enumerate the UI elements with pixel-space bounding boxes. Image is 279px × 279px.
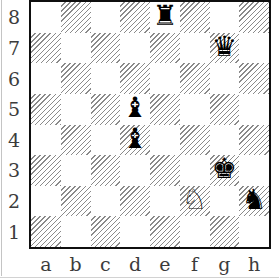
rank-label-7: 7 <box>2 33 26 64</box>
square-g4[interactable] <box>210 125 240 156</box>
file-label-e: e <box>150 251 180 277</box>
file-labels: abcdefgh <box>31 251 269 277</box>
file-label-h: h <box>239 251 269 277</box>
square-d4[interactable]: ♝ <box>120 125 150 156</box>
file-label-a: a <box>31 251 61 277</box>
square-h5[interactable] <box>239 94 269 125</box>
square-e3[interactable] <box>150 155 180 186</box>
chess-diagram: 87654321 ♜♛♝♝♚♘♞ abcdefgh <box>0 0 279 279</box>
square-c4[interactable] <box>91 125 121 156</box>
square-c7[interactable] <box>91 33 121 64</box>
square-e2[interactable] <box>150 186 180 217</box>
square-e6[interactable] <box>150 63 180 94</box>
piece-black-bishop-d4: ♝ <box>123 125 148 153</box>
square-c5[interactable] <box>91 94 121 125</box>
piece-black-queen-g7: ♛ <box>212 33 237 61</box>
square-c3[interactable] <box>91 155 121 186</box>
square-h4[interactable] <box>239 125 269 156</box>
chess-board: ♜♛♝♝♚♘♞ <box>29 0 271 249</box>
piece-white-knight-f2: ♘ <box>182 186 207 214</box>
piece-black-rook-e8: ♜ <box>152 2 177 30</box>
square-g7[interactable]: ♛ <box>210 33 240 64</box>
piece-black-bishop-d5: ♝ <box>123 94 148 122</box>
square-f8[interactable] <box>180 2 210 33</box>
square-d3[interactable] <box>120 155 150 186</box>
square-e1[interactable] <box>150 216 180 247</box>
square-h3[interactable] <box>239 155 269 186</box>
square-b6[interactable] <box>61 63 91 94</box>
rank-label-6: 6 <box>2 63 26 94</box>
file-label-c: c <box>91 251 121 277</box>
square-d1[interactable] <box>120 216 150 247</box>
square-b2[interactable] <box>61 186 91 217</box>
square-d8[interactable] <box>120 2 150 33</box>
square-b4[interactable] <box>61 125 91 156</box>
square-a3[interactable] <box>31 155 61 186</box>
square-e5[interactable] <box>150 94 180 125</box>
square-h2[interactable]: ♞ <box>239 186 269 217</box>
square-f4[interactable] <box>180 125 210 156</box>
square-g3[interactable]: ♚ <box>210 155 240 186</box>
square-g2[interactable] <box>210 186 240 217</box>
file-label-g: g <box>210 251 240 277</box>
square-f6[interactable] <box>180 63 210 94</box>
file-label-b: b <box>61 251 91 277</box>
square-a7[interactable] <box>31 33 61 64</box>
square-a6[interactable] <box>31 63 61 94</box>
square-c8[interactable] <box>91 2 121 33</box>
square-f2[interactable]: ♘ <box>180 186 210 217</box>
scan-edge-artifact-bottom <box>0 277 279 278</box>
square-c2[interactable] <box>91 186 121 217</box>
square-f7[interactable] <box>180 33 210 64</box>
piece-black-king-g3: ♚ <box>212 155 237 183</box>
rank-label-5: 5 <box>2 94 26 125</box>
square-a8[interactable] <box>31 2 61 33</box>
square-a5[interactable] <box>31 94 61 125</box>
rank-label-8: 8 <box>2 2 26 33</box>
square-b7[interactable] <box>61 33 91 64</box>
square-g5[interactable] <box>210 94 240 125</box>
square-a1[interactable] <box>31 216 61 247</box>
square-f5[interactable] <box>180 94 210 125</box>
file-label-f: f <box>180 251 210 277</box>
square-h7[interactable] <box>239 33 269 64</box>
square-d6[interactable] <box>120 63 150 94</box>
piece-black-knight-h2: ♞ <box>242 186 267 214</box>
square-b1[interactable] <box>61 216 91 247</box>
square-g6[interactable] <box>210 63 240 94</box>
rank-label-4: 4 <box>2 125 26 156</box>
square-d2[interactable] <box>120 186 150 217</box>
square-d7[interactable] <box>120 33 150 64</box>
square-e7[interactable] <box>150 33 180 64</box>
square-f3[interactable] <box>180 155 210 186</box>
square-b5[interactable] <box>61 94 91 125</box>
square-h6[interactable] <box>239 63 269 94</box>
rank-labels: 87654321 <box>2 2 26 247</box>
rank-label-3: 3 <box>2 155 26 186</box>
square-a2[interactable] <box>31 186 61 217</box>
rank-label-1: 1 <box>2 216 26 247</box>
square-d5[interactable]: ♝ <box>120 94 150 125</box>
square-a4[interactable] <box>31 125 61 156</box>
square-g1[interactable] <box>210 216 240 247</box>
square-b3[interactable] <box>61 155 91 186</box>
square-g8[interactable] <box>210 2 240 33</box>
rank-label-2: 2 <box>2 186 26 217</box>
file-label-d: d <box>120 251 150 277</box>
square-f1[interactable] <box>180 216 210 247</box>
square-h8[interactable] <box>239 2 269 33</box>
square-b8[interactable] <box>61 2 91 33</box>
square-c6[interactable] <box>91 63 121 94</box>
square-c1[interactable] <box>91 216 121 247</box>
square-h1[interactable] <box>239 216 269 247</box>
square-e4[interactable] <box>150 125 180 156</box>
square-e8[interactable]: ♜ <box>150 2 180 33</box>
